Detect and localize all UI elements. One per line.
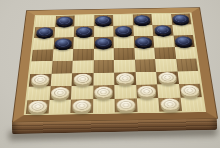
light-checker[interactable] [95, 86, 113, 98]
square-d4[interactable] [93, 60, 114, 73]
square-c7[interactable] [74, 26, 94, 37]
square-b8[interactable] [55, 15, 75, 26]
square-f6[interactable] [133, 36, 154, 48]
dark-checker[interactable] [95, 37, 112, 47]
square-h7[interactable] [172, 24, 193, 35]
square-a3[interactable] [29, 73, 51, 86]
square-d2[interactable] [93, 85, 115, 99]
light-checker[interactable] [160, 98, 180, 110]
square-b3[interactable] [50, 73, 72, 86]
square-g8[interactable] [152, 14, 172, 25]
square-e7[interactable] [113, 25, 133, 36]
square-e2[interactable] [114, 85, 136, 99]
board-photo [0, 0, 220, 148]
square-d6[interactable] [94, 37, 114, 49]
square-a5[interactable] [32, 49, 54, 61]
square-b5[interactable] [52, 49, 73, 61]
square-b7[interactable] [54, 26, 74, 37]
light-checker[interactable] [73, 74, 91, 85]
square-a4[interactable] [30, 61, 52, 74]
light-checker[interactable] [158, 72, 177, 83]
light-checker[interactable] [28, 101, 48, 113]
square-f3[interactable] [135, 72, 157, 85]
checkers-board [13, 8, 217, 122]
dark-checker[interactable] [56, 16, 73, 25]
board-grid [26, 13, 204, 113]
square-c6[interactable] [73, 37, 93, 49]
square-g2[interactable] [157, 84, 180, 98]
dark-checker[interactable] [134, 15, 151, 24]
square-a7[interactable] [34, 27, 55, 38]
square-c5[interactable] [73, 48, 94, 60]
square-d3[interactable] [93, 72, 114, 85]
square-c2[interactable] [71, 86, 93, 100]
light-checker[interactable] [31, 74, 50, 85]
light-checker[interactable] [180, 85, 200, 97]
square-g1[interactable] [158, 97, 181, 111]
square-e6[interactable] [114, 36, 134, 48]
square-f2[interactable] [136, 84, 158, 98]
dark-checker[interactable] [154, 25, 172, 35]
square-d5[interactable] [93, 48, 114, 60]
square-h8[interactable] [171, 13, 192, 24]
square-g7[interactable] [152, 24, 173, 35]
square-c3[interactable] [72, 73, 94, 86]
light-checker[interactable] [116, 99, 135, 111]
light-checker[interactable] [116, 73, 134, 84]
square-e5[interactable] [114, 48, 135, 60]
dark-checker[interactable] [95, 16, 111, 25]
light-checker[interactable] [72, 100, 91, 112]
square-f7[interactable] [133, 25, 153, 36]
dark-checker[interactable] [55, 38, 73, 48]
square-a6[interactable] [33, 38, 54, 50]
square-h1[interactable] [180, 97, 204, 111]
light-checker[interactable] [138, 85, 157, 97]
square-f8[interactable] [132, 14, 152, 25]
square-f1[interactable] [136, 98, 159, 112]
dark-checker[interactable] [135, 37, 153, 47]
square-d8[interactable] [94, 15, 114, 26]
square-e3[interactable] [114, 72, 136, 85]
square-b6[interactable] [53, 37, 74, 49]
square-g5[interactable] [154, 47, 176, 59]
light-checker[interactable] [51, 87, 70, 99]
square-c8[interactable] [74, 15, 94, 26]
square-b4[interactable] [51, 61, 73, 74]
square-b1[interactable] [48, 99, 71, 113]
square-f4[interactable] [135, 59, 157, 72]
square-c1[interactable] [70, 99, 92, 113]
square-a8[interactable] [35, 16, 55, 27]
square-d7[interactable] [94, 25, 114, 36]
square-d1[interactable] [93, 98, 115, 112]
square-h3[interactable] [177, 71, 200, 84]
dark-checker[interactable] [36, 27, 53, 37]
dark-checker[interactable] [75, 27, 92, 37]
dark-checker[interactable] [115, 26, 132, 36]
square-h2[interactable] [179, 84, 202, 98]
square-e8[interactable] [113, 14, 133, 25]
square-e1[interactable] [115, 98, 137, 112]
square-c4[interactable] [72, 60, 93, 73]
square-e4[interactable] [114, 60, 135, 73]
square-h6[interactable] [173, 35, 195, 47]
square-b2[interactable] [49, 86, 71, 100]
square-h5[interactable] [174, 47, 196, 59]
square-a1[interactable] [26, 100, 49, 114]
square-g6[interactable] [153, 36, 174, 48]
square-h4[interactable] [176, 59, 198, 72]
dark-checker[interactable] [172, 14, 189, 23]
square-g4[interactable] [155, 59, 177, 72]
square-g3[interactable] [156, 71, 178, 84]
dark-checker[interactable] [175, 36, 193, 46]
square-a2[interactable] [27, 86, 50, 100]
square-f5[interactable] [134, 47, 155, 59]
